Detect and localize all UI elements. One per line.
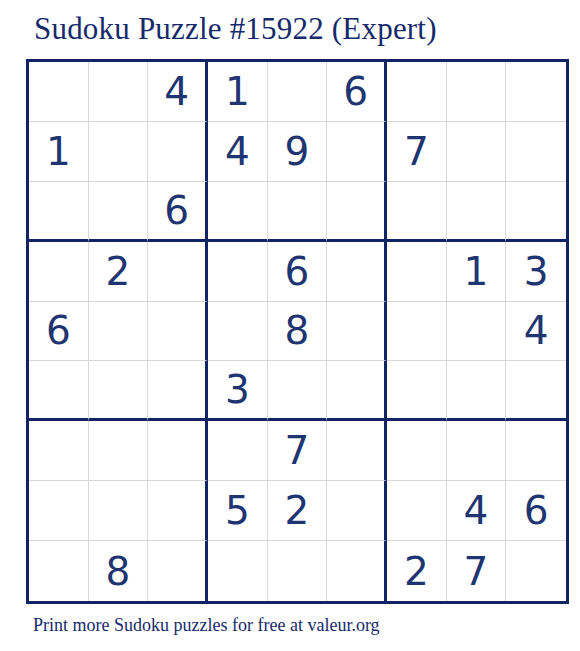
cell-r1c4[interactable]: 1 xyxy=(208,62,268,122)
cell-r8c1[interactable] xyxy=(29,481,89,541)
cell-r9c1[interactable] xyxy=(29,541,89,601)
cell-r6c1[interactable] xyxy=(29,361,89,421)
cell-r8c3[interactable] xyxy=(148,481,208,541)
cell-r3c1[interactable] xyxy=(29,182,89,242)
cell-r5c1[interactable]: 6 xyxy=(29,302,89,362)
cell-r8c9[interactable]: 6 xyxy=(506,481,566,541)
cell-r5c8[interactable] xyxy=(447,302,507,362)
cell-r1c7[interactable] xyxy=(387,62,447,122)
cell-r2c8[interactable] xyxy=(447,122,507,182)
cell-r3c5[interactable] xyxy=(268,182,328,242)
cell-r2c4[interactable]: 4 xyxy=(208,122,268,182)
cell-r4c5[interactable]: 6 xyxy=(268,242,328,302)
cell-r8c6[interactable] xyxy=(327,481,387,541)
cell-r7c4[interactable] xyxy=(208,421,268,481)
cell-r1c9[interactable] xyxy=(506,62,566,122)
cell-r6c6[interactable] xyxy=(327,361,387,421)
cell-r4c7[interactable] xyxy=(387,242,447,302)
cell-r1c5[interactable] xyxy=(268,62,328,122)
cell-r6c2[interactable] xyxy=(89,361,149,421)
cell-r5c9[interactable]: 4 xyxy=(506,302,566,362)
cell-r8c2[interactable] xyxy=(89,481,149,541)
cell-r9c4[interactable] xyxy=(208,541,268,601)
cell-r3c2[interactable] xyxy=(89,182,149,242)
cell-r6c4[interactable]: 3 xyxy=(208,361,268,421)
cell-r7c1[interactable] xyxy=(29,421,89,481)
cell-r9c2[interactable]: 8 xyxy=(89,541,149,601)
cell-r2c9[interactable] xyxy=(506,122,566,182)
cell-r5c5[interactable]: 8 xyxy=(268,302,328,362)
cell-r3c6[interactable] xyxy=(327,182,387,242)
cell-r4c1[interactable] xyxy=(29,242,89,302)
cell-r1c1[interactable] xyxy=(29,62,89,122)
cell-r1c8[interactable] xyxy=(447,62,507,122)
cell-r9c3[interactable] xyxy=(148,541,208,601)
cell-r6c7[interactable] xyxy=(387,361,447,421)
cell-r2c7[interactable]: 7 xyxy=(387,122,447,182)
cell-r5c2[interactable] xyxy=(89,302,149,362)
cell-r1c2[interactable] xyxy=(89,62,149,122)
cell-r7c9[interactable] xyxy=(506,421,566,481)
cell-r2c2[interactable] xyxy=(89,122,149,182)
cell-r6c9[interactable] xyxy=(506,361,566,421)
cell-r5c3[interactable] xyxy=(148,302,208,362)
cell-r1c6[interactable]: 6 xyxy=(327,62,387,122)
cell-r4c8[interactable]: 1 xyxy=(447,242,507,302)
cell-r8c7[interactable] xyxy=(387,481,447,541)
cell-r1c3[interactable]: 4 xyxy=(148,62,208,122)
cell-r8c8[interactable]: 4 xyxy=(447,481,507,541)
cell-r4c3[interactable] xyxy=(148,242,208,302)
cell-r8c4[interactable]: 5 xyxy=(208,481,268,541)
cell-r4c9[interactable]: 3 xyxy=(506,242,566,302)
cell-r3c7[interactable] xyxy=(387,182,447,242)
cell-r4c4[interactable] xyxy=(208,242,268,302)
cell-r7c5[interactable]: 7 xyxy=(268,421,328,481)
sudoku-board: 416149762613684375246827 xyxy=(26,59,569,604)
puzzle-title: Sudoku Puzzle #15922 (Expert) xyxy=(34,11,437,47)
cell-r9c7[interactable]: 2 xyxy=(387,541,447,601)
cell-r6c8[interactable] xyxy=(447,361,507,421)
cell-r4c2[interactable]: 2 xyxy=(89,242,149,302)
footer-text: Print more Sudoku puzzles for free at va… xyxy=(33,615,380,636)
cell-r7c6[interactable] xyxy=(327,421,387,481)
cell-r5c6[interactable] xyxy=(327,302,387,362)
cell-r3c3[interactable]: 6 xyxy=(148,182,208,242)
cell-r7c3[interactable] xyxy=(148,421,208,481)
cell-r2c5[interactable]: 9 xyxy=(268,122,328,182)
cell-r5c7[interactable] xyxy=(387,302,447,362)
cell-r7c8[interactable] xyxy=(447,421,507,481)
cell-r2c3[interactable] xyxy=(148,122,208,182)
cell-r6c3[interactable] xyxy=(148,361,208,421)
cell-r3c4[interactable] xyxy=(208,182,268,242)
cell-r9c6[interactable] xyxy=(327,541,387,601)
cell-r3c8[interactable] xyxy=(447,182,507,242)
cell-r9c8[interactable]: 7 xyxy=(447,541,507,601)
cell-r7c7[interactable] xyxy=(387,421,447,481)
cell-r8c5[interactable]: 2 xyxy=(268,481,328,541)
cell-r5c4[interactable] xyxy=(208,302,268,362)
cell-r4c6[interactable] xyxy=(327,242,387,302)
cell-r6c5[interactable] xyxy=(268,361,328,421)
cell-r2c6[interactable] xyxy=(327,122,387,182)
cell-r3c9[interactable] xyxy=(506,182,566,242)
cell-r9c9[interactable] xyxy=(506,541,566,601)
cell-r7c2[interactable] xyxy=(89,421,149,481)
cell-r9c5[interactable] xyxy=(268,541,328,601)
cell-r2c1[interactable]: 1 xyxy=(29,122,89,182)
